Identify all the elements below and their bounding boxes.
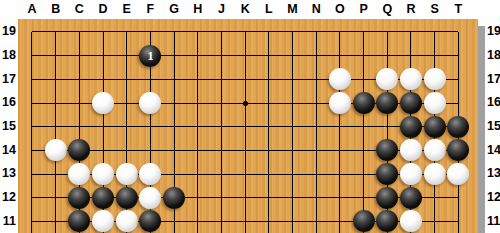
row-label-13: 13 [0,162,16,186]
white-stone-E13[interactable] [116,163,138,185]
intersection-O12[interactable] [328,186,352,210]
row-label-15: 15 [487,115,500,139]
intersection-M12[interactable] [281,186,305,210]
intersection-C11[interactable] [68,210,92,233]
column-label-A: A [20,0,44,19]
intersection-O18[interactable] [328,44,352,68]
white-stone-B14[interactable] [45,139,67,161]
intersection-C18[interactable] [68,44,92,68]
intersection-Q13[interactable] [375,162,399,186]
intersection-A11[interactable] [20,210,44,233]
black-stone-C12[interactable] [68,187,90,209]
intersection-H12[interactable] [186,186,210,210]
intersection-D13[interactable] [91,162,115,186]
row-label-14: 14 [0,139,16,163]
row-label-11: 11 [487,210,500,233]
intersection-P16[interactable] [352,91,376,115]
intersection-G15[interactable] [162,115,186,139]
black-stone-Q13[interactable] [376,163,398,185]
intersection-N13[interactable] [304,162,328,186]
intersection-Q19[interactable] [375,20,399,44]
column-label-Q: Q [375,0,399,19]
white-stone-S13[interactable] [424,163,446,185]
black-stone-Q16[interactable] [376,92,398,114]
intersection-B16[interactable] [44,91,68,115]
intersection-S12[interactable] [423,186,447,210]
intersection-H19[interactable] [186,20,210,44]
intersection-F13[interactable] [139,162,163,186]
intersection-G14[interactable] [162,139,186,163]
column-label-D: D [91,0,115,19]
intersection-E19[interactable] [115,20,139,44]
intersection-S11[interactable] [423,210,447,233]
intersection-F12[interactable] [139,186,163,210]
intersection-G19[interactable] [162,20,186,44]
column-label-S: S [423,0,447,19]
intersection-E11[interactable] [115,210,139,233]
intersection-C12[interactable] [68,186,92,210]
intersection-H13[interactable] [186,162,210,186]
intersection-K19[interactable] [233,20,257,44]
row-label-18: 18 [0,44,16,68]
intersection-L18[interactable] [257,44,281,68]
intersection-D14[interactable] [91,139,115,163]
row-label-12: 12 [0,186,16,210]
white-stone-S14[interactable] [424,139,446,161]
intersection-C14[interactable] [68,139,92,163]
intersection-D18[interactable] [91,44,115,68]
intersection-K11[interactable] [233,210,257,233]
intersection-F14[interactable] [139,139,163,163]
intersection-E16[interactable] [115,91,139,115]
black-stone-P11[interactable] [353,210,375,232]
intersection-M15[interactable] [281,115,305,139]
intersection-E17[interactable] [115,68,139,92]
intersection-A16[interactable] [20,91,44,115]
intersection-N18[interactable] [304,44,328,68]
intersection-M13[interactable] [281,162,305,186]
intersection-E13[interactable] [115,162,139,186]
intersection-N14[interactable] [304,139,328,163]
board-shadow [478,26,485,233]
white-stone-O16[interactable] [329,92,351,114]
black-stone-E12[interactable] [116,187,138,209]
intersection-G18[interactable] [162,44,186,68]
intersection-F15[interactable] [139,115,163,139]
intersection-T16[interactable] [447,91,471,115]
intersection-A12[interactable] [20,186,44,210]
intersection-L11[interactable] [257,210,281,233]
intersection-Q18[interactable] [375,44,399,68]
row-label-15: 15 [0,115,16,139]
intersection-S17[interactable] [423,68,447,92]
black-stone-Q14[interactable] [376,139,398,161]
intersection-S16[interactable] [423,91,447,115]
column-label-R: R [399,0,423,19]
intersection-K17[interactable] [233,68,257,92]
intersection-B17[interactable] [44,68,68,92]
go-board-app: 1 ABCDEFGHJKLMNOPQRST 191817161514131211… [0,0,500,233]
white-stone-D13[interactable] [92,163,114,185]
column-label-T: T [447,0,471,19]
black-stone-F18[interactable]: 1 [139,45,161,67]
black-stone-R16[interactable] [400,92,422,114]
intersection-S14[interactable] [423,139,447,163]
intersection-E15[interactable] [115,115,139,139]
white-stone-F12[interactable] [139,187,161,209]
intersection-T12[interactable] [447,186,471,210]
intersection-C15[interactable] [68,115,92,139]
intersection-L14[interactable] [257,139,281,163]
intersection-J19[interactable] [210,20,234,44]
intersection-O16[interactable] [328,91,352,115]
intersection-R14[interactable] [399,139,423,163]
intersection-B18[interactable] [44,44,68,68]
intersection-G11[interactable] [162,210,186,233]
column-label-N: N [304,0,328,19]
white-stone-T13[interactable] [447,163,469,185]
intersection-F16[interactable] [139,91,163,115]
column-label-H: H [186,0,210,19]
row-label-11: 11 [0,210,16,233]
white-stone-R14[interactable] [400,139,422,161]
intersection-M19[interactable] [281,20,305,44]
intersection-R18[interactable] [399,44,423,68]
intersection-O14[interactable] [328,139,352,163]
intersection-C19[interactable] [68,20,92,44]
black-stone-R12[interactable] [400,187,422,209]
intersection-R11[interactable] [399,210,423,233]
white-stone-F16[interactable] [139,92,161,114]
row-label-14: 14 [487,139,500,163]
row-label-19: 19 [0,20,16,44]
intersection-T13[interactable] [447,162,471,186]
intersection-L19[interactable] [257,20,281,44]
black-stone-C11[interactable] [68,210,90,232]
intersection-O19[interactable] [328,20,352,44]
intersection-H18[interactable] [186,44,210,68]
black-stone-Q11[interactable] [376,210,398,232]
intersection-J12[interactable] [210,186,234,210]
intersection-D16[interactable] [91,91,115,115]
white-stone-O17[interactable] [329,68,351,90]
intersection-M16[interactable] [281,91,305,115]
black-stone-P16[interactable] [353,92,375,114]
black-stone-G12[interactable] [163,187,185,209]
black-stone-Q12[interactable] [376,187,398,209]
intersection-R12[interactable] [399,186,423,210]
white-stone-R13[interactable] [400,163,422,185]
intersection-Q12[interactable] [375,186,399,210]
intersection-Q17[interactable] [375,68,399,92]
intersection-E12[interactable] [115,186,139,210]
intersection-T18[interactable] [447,44,471,68]
intersection-M17[interactable] [281,68,305,92]
intersection-G13[interactable] [162,162,186,186]
row-labels-left: 191817161514131211 [0,20,16,233]
intersection-H14[interactable] [186,139,210,163]
go-board: 1 [18,19,478,233]
white-stone-D16[interactable] [92,92,114,114]
intersection-J13[interactable] [210,162,234,186]
column-label-B: B [44,0,68,19]
white-stone-Q17[interactable] [376,68,398,90]
intersection-P12[interactable] [352,186,376,210]
intersection-K16[interactable] [233,91,257,115]
intersection-B19[interactable] [44,20,68,44]
intersection-R19[interactable] [399,20,423,44]
board-grid: 1 [20,20,470,233]
row-label-17: 17 [487,68,500,92]
intersection-D19[interactable] [91,20,115,44]
black-stone-C14[interactable] [68,139,90,161]
intersection-P18[interactable] [352,44,376,68]
row-label-19: 19 [487,20,500,44]
intersection-C16[interactable] [68,91,92,115]
intersection-D17[interactable] [91,68,115,92]
row-label-12: 12 [487,186,500,210]
intersection-R15[interactable] [399,115,423,139]
intersection-C13[interactable] [68,162,92,186]
column-label-P: P [352,0,376,19]
intersection-N16[interactable] [304,91,328,115]
intersection-M18[interactable] [281,44,305,68]
intersection-K18[interactable] [233,44,257,68]
intersection-A18[interactable] [20,44,44,68]
white-stone-E11[interactable] [116,210,138,232]
intersection-J17[interactable] [210,68,234,92]
black-stone-R15[interactable] [400,116,422,138]
intersection-P17[interactable] [352,68,376,92]
row-label-16: 16 [0,91,16,115]
intersection-G16[interactable] [162,91,186,115]
intersection-N15[interactable] [304,115,328,139]
intersection-R13[interactable] [399,162,423,186]
white-stone-C13[interactable] [68,163,90,185]
intersection-L12[interactable] [257,186,281,210]
intersection-M11[interactable] [281,210,305,233]
intersection-K12[interactable] [233,186,257,210]
intersection-D12[interactable] [91,186,115,210]
intersection-A15[interactable] [20,115,44,139]
intersection-O11[interactable] [328,210,352,233]
white-stone-S17[interactable] [424,68,446,90]
intersection-N19[interactable] [304,20,328,44]
black-stone-T15[interactable] [447,116,469,138]
row-labels-right: 191817161514131211 [487,20,500,233]
intersection-A14[interactable] [20,139,44,163]
intersection-G12[interactable] [162,186,186,210]
white-stone-D11[interactable] [92,210,114,232]
intersection-J14[interactable] [210,139,234,163]
intersection-L16[interactable] [257,91,281,115]
intersection-E18[interactable] [115,44,139,68]
row-label-18: 18 [487,44,500,68]
intersection-J11[interactable] [210,210,234,233]
intersection-J15[interactable] [210,115,234,139]
intersection-S15[interactable] [423,115,447,139]
intersection-C17[interactable] [68,68,92,92]
intersection-N11[interactable] [304,210,328,233]
intersection-F19[interactable] [139,20,163,44]
row-label-13: 13 [487,162,500,186]
intersection-E14[interactable] [115,139,139,163]
intersection-K14[interactable] [233,139,257,163]
intersection-D11[interactable] [91,210,115,233]
intersection-B11[interactable] [44,210,68,233]
intersection-B15[interactable] [44,115,68,139]
column-label-F: F [139,0,163,19]
intersection-H16[interactable] [186,91,210,115]
intersection-T19[interactable] [447,20,471,44]
intersection-J18[interactable] [210,44,234,68]
white-stone-R11[interactable] [400,210,422,232]
black-stone-D12[interactable] [92,187,114,209]
column-label-J: J [210,0,234,19]
column-label-K: K [233,0,257,19]
intersection-A19[interactable] [20,20,44,44]
intersection-P13[interactable] [352,162,376,186]
column-label-L: L [257,0,281,19]
intersection-J16[interactable] [210,91,234,115]
intersection-B12[interactable] [44,186,68,210]
intersection-P19[interactable] [352,20,376,44]
column-label-M: M [281,0,305,19]
intersection-K13[interactable] [233,162,257,186]
intersection-K15[interactable] [233,115,257,139]
white-stone-R17[interactable] [400,68,422,90]
intersection-F18[interactable]: 1 [139,44,163,68]
intersection-D15[interactable] [91,115,115,139]
intersection-M14[interactable] [281,139,305,163]
intersection-H11[interactable] [186,210,210,233]
intersection-Q15[interactable] [375,115,399,139]
intersection-P15[interactable] [352,115,376,139]
intersection-A13[interactable] [20,162,44,186]
intersection-F17[interactable] [139,68,163,92]
intersection-L13[interactable] [257,162,281,186]
intersection-O15[interactable] [328,115,352,139]
column-label-G: G [162,0,186,19]
intersection-L15[interactable] [257,115,281,139]
move-number-label: 1 [139,45,161,67]
intersection-R16[interactable] [399,91,423,115]
intersection-T11[interactable] [447,210,471,233]
column-label-C: C [68,0,92,19]
intersection-A17[interactable] [20,68,44,92]
intersection-T15[interactable] [447,115,471,139]
black-stone-F11[interactable] [139,210,161,232]
white-stone-F13[interactable] [139,163,161,185]
row-label-17: 17 [0,68,16,92]
intersection-Q11[interactable] [375,210,399,233]
intersection-B13[interactable] [44,162,68,186]
row-label-16: 16 [487,91,500,115]
intersection-O17[interactable] [328,68,352,92]
intersection-T14[interactable] [447,139,471,163]
intersection-N12[interactable] [304,186,328,210]
intersection-O13[interactable] [328,162,352,186]
intersection-F11[interactable] [139,210,163,233]
intersection-P11[interactable] [352,210,376,233]
intersection-R17[interactable] [399,68,423,92]
white-stone-S16[interactable] [424,92,446,114]
star-point-K16 [243,101,248,106]
intersection-P14[interactable] [352,139,376,163]
black-stone-S15[interactable] [424,116,446,138]
intersection-S13[interactable] [423,162,447,186]
intersection-H15[interactable] [186,115,210,139]
intersection-T17[interactable] [447,68,471,92]
intersection-S18[interactable] [423,44,447,68]
black-stone-T14[interactable] [447,139,469,161]
intersection-G17[interactable] [162,68,186,92]
column-label-E: E [115,0,139,19]
intersection-N17[interactable] [304,68,328,92]
intersection-S19[interactable] [423,20,447,44]
intersection-Q14[interactable] [375,139,399,163]
column-labels: ABCDEFGHJKLMNOPQRST [20,0,470,19]
intersection-H17[interactable] [186,68,210,92]
intersection-Q16[interactable] [375,91,399,115]
column-label-O: O [328,0,352,19]
intersection-B14[interactable] [44,139,68,163]
intersection-L17[interactable] [257,68,281,92]
